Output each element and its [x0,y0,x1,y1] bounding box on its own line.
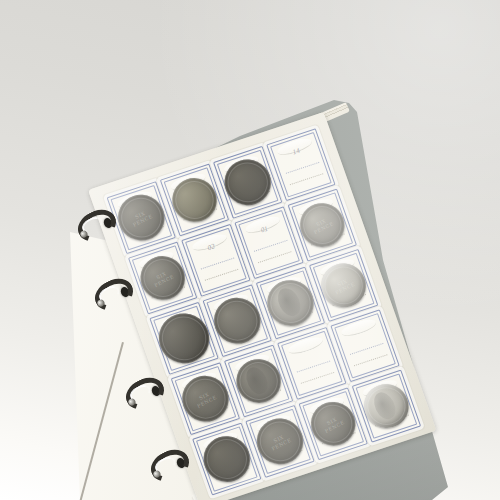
card-dotted-line [296,361,330,373]
coin: SIXPENCE [134,250,190,305]
pocket-flap [339,316,377,339]
pocket-flap [286,334,324,357]
coin: SIXPENCE [305,396,361,451]
card-dotted-line [200,258,234,270]
coin [208,291,267,349]
coin-legend: SIXPENCE [292,195,352,254]
card-dotted-line [253,240,287,252]
coin-legend: SIXPENCE [133,248,193,307]
card-dotted-line [349,343,383,355]
card-dotted-line [204,269,238,281]
coin [197,430,256,488]
coin [261,274,320,332]
coin: SIXPENCE [294,197,350,252]
coin: SIXPENCE [315,257,371,312]
coin-album-photo: SIXPENCE14SIXPENCE0201SIXPENCESIXPENCESI… [0,0,500,500]
coin [152,306,216,369]
coin-legend: SIXPENCE [249,410,311,471]
coin [218,153,277,211]
card-dotted-line [300,372,334,384]
coin: SIXPENCE [250,412,309,470]
coin: SIXPENCE [176,369,235,427]
card-dotted-line [289,173,323,185]
card-dotted-line [285,162,319,174]
coin [358,378,414,433]
coin-legend: SIXPENCE [174,368,236,429]
coin-legend: SIXPENCE [314,256,374,315]
coin: SIXPENCE [112,188,171,246]
coin [230,353,286,408]
card-dotted-line [353,354,387,366]
coin [166,172,222,227]
card-dotted-line [257,251,291,263]
coin-legend: SIXPENCE [303,394,363,453]
coin-legend: SIXPENCE [110,186,172,247]
